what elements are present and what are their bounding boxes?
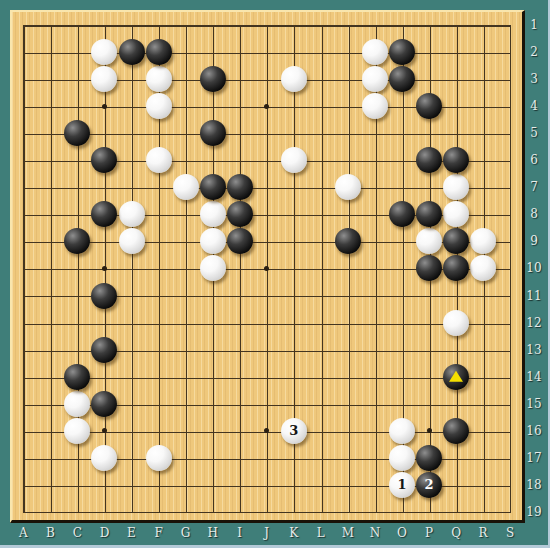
column-label-O: O — [393, 526, 411, 540]
go-board[interactable]: 312 — [10, 10, 525, 523]
stone-black-P18[interactable]: 2 — [416, 472, 442, 498]
row-label-15: 15 — [524, 397, 544, 411]
stone-white-F4[interactable] — [146, 93, 172, 119]
row-label-5: 5 — [524, 126, 544, 140]
row-label-1: 1 — [524, 18, 544, 32]
go-app-window: { "game": "go", "position": { "format": … — [0, 0, 550, 548]
column-label-G: G — [177, 526, 195, 540]
stone-white-G7[interactable] — [173, 174, 199, 200]
stone-black-P4[interactable] — [416, 93, 442, 119]
row-label-18: 18 — [524, 478, 544, 492]
stone-black-D13[interactable] — [91, 337, 117, 363]
stone-white-M7[interactable] — [335, 174, 361, 200]
stone-black-E2[interactable] — [119, 39, 145, 65]
stone-black-Q14[interactable] — [443, 364, 469, 390]
go-board-area[interactable]: 312 — [12, 12, 522, 520]
stone-white-H9[interactable] — [200, 228, 226, 254]
stone-white-O18[interactable]: 1 — [389, 472, 415, 498]
move-number-label: 2 — [416, 472, 442, 498]
stone-black-I8[interactable] — [227, 201, 253, 227]
stone-black-O3[interactable] — [389, 66, 415, 92]
triangle-marker — [449, 370, 463, 381]
row-label-14: 14 — [524, 370, 544, 384]
column-label-S: S — [501, 526, 519, 540]
row-label-19: 19 — [524, 505, 544, 519]
stone-black-D15[interactable] — [91, 391, 117, 417]
stone-black-P17[interactable] — [416, 445, 442, 471]
column-label-D: D — [95, 526, 113, 540]
stone-white-K3[interactable] — [281, 66, 307, 92]
stone-white-C15[interactable] — [64, 391, 90, 417]
row-label-9: 9 — [524, 234, 544, 248]
column-label-K: K — [285, 526, 303, 540]
stone-white-K6[interactable] — [281, 147, 307, 173]
column-label-R: R — [474, 526, 492, 540]
stone-white-F17[interactable] — [146, 445, 172, 471]
stone-white-E9[interactable] — [119, 228, 145, 254]
stone-black-O2[interactable] — [389, 39, 415, 65]
stone-white-H8[interactable] — [200, 201, 226, 227]
stone-white-E8[interactable] — [119, 201, 145, 227]
stone-white-N3[interactable] — [362, 66, 388, 92]
row-label-13: 13 — [524, 343, 544, 357]
stone-white-Q12[interactable] — [443, 310, 469, 336]
column-label-L: L — [312, 526, 330, 540]
column-label-N: N — [366, 526, 384, 540]
column-label-B: B — [41, 526, 59, 540]
move-number-label: 3 — [281, 418, 307, 444]
column-label-M: M — [339, 526, 357, 540]
stone-black-H3[interactable] — [200, 66, 226, 92]
stone-white-N4[interactable] — [362, 93, 388, 119]
stone-black-Q16[interactable] — [443, 418, 469, 444]
stone-white-H10[interactable] — [200, 255, 226, 281]
row-label-11: 11 — [524, 289, 544, 303]
star-point-D10 — [102, 266, 107, 271]
stone-black-F2[interactable] — [146, 39, 172, 65]
stone-white-K16[interactable]: 3 — [281, 418, 307, 444]
column-label-H: H — [204, 526, 222, 540]
stone-black-H7[interactable] — [200, 174, 226, 200]
stone-black-I9[interactable] — [227, 228, 253, 254]
row-label-3: 3 — [524, 72, 544, 86]
column-labels: ABCDEFGHIJKLMNOPQRS — [0, 526, 550, 542]
column-label-Q: Q — [447, 526, 465, 540]
column-label-P: P — [420, 526, 438, 540]
stone-black-I7[interactable] — [227, 174, 253, 200]
row-label-12: 12 — [524, 316, 544, 330]
star-point-P16 — [427, 428, 432, 433]
star-point-D4 — [102, 104, 107, 109]
stone-white-F6[interactable] — [146, 147, 172, 173]
stone-black-H5[interactable] — [200, 120, 226, 146]
row-labels: 12345678910111213141516171819 — [524, 0, 546, 548]
column-label-C: C — [68, 526, 86, 540]
stone-white-O17[interactable] — [389, 445, 415, 471]
row-label-8: 8 — [524, 207, 544, 221]
row-label-7: 7 — [524, 180, 544, 194]
row-label-4: 4 — [524, 99, 544, 113]
stone-black-C14[interactable] — [64, 364, 90, 390]
column-label-E: E — [123, 526, 141, 540]
stone-white-C16[interactable] — [64, 418, 90, 444]
stone-white-F3[interactable] — [146, 66, 172, 92]
row-label-17: 17 — [524, 451, 544, 465]
row-label-10: 10 — [524, 261, 544, 275]
row-label-16: 16 — [524, 424, 544, 438]
column-label-A: A — [14, 526, 32, 540]
row-label-6: 6 — [524, 153, 544, 167]
column-label-J: J — [258, 526, 276, 540]
star-point-J4 — [264, 104, 269, 109]
column-label-F: F — [150, 526, 168, 540]
column-label-I: I — [231, 526, 249, 540]
row-label-2: 2 — [524, 45, 544, 59]
stone-white-N2[interactable] — [362, 39, 388, 65]
stone-white-O16[interactable] — [389, 418, 415, 444]
stone-black-D11[interactable] — [91, 283, 117, 309]
move-number-label: 1 — [389, 472, 415, 498]
